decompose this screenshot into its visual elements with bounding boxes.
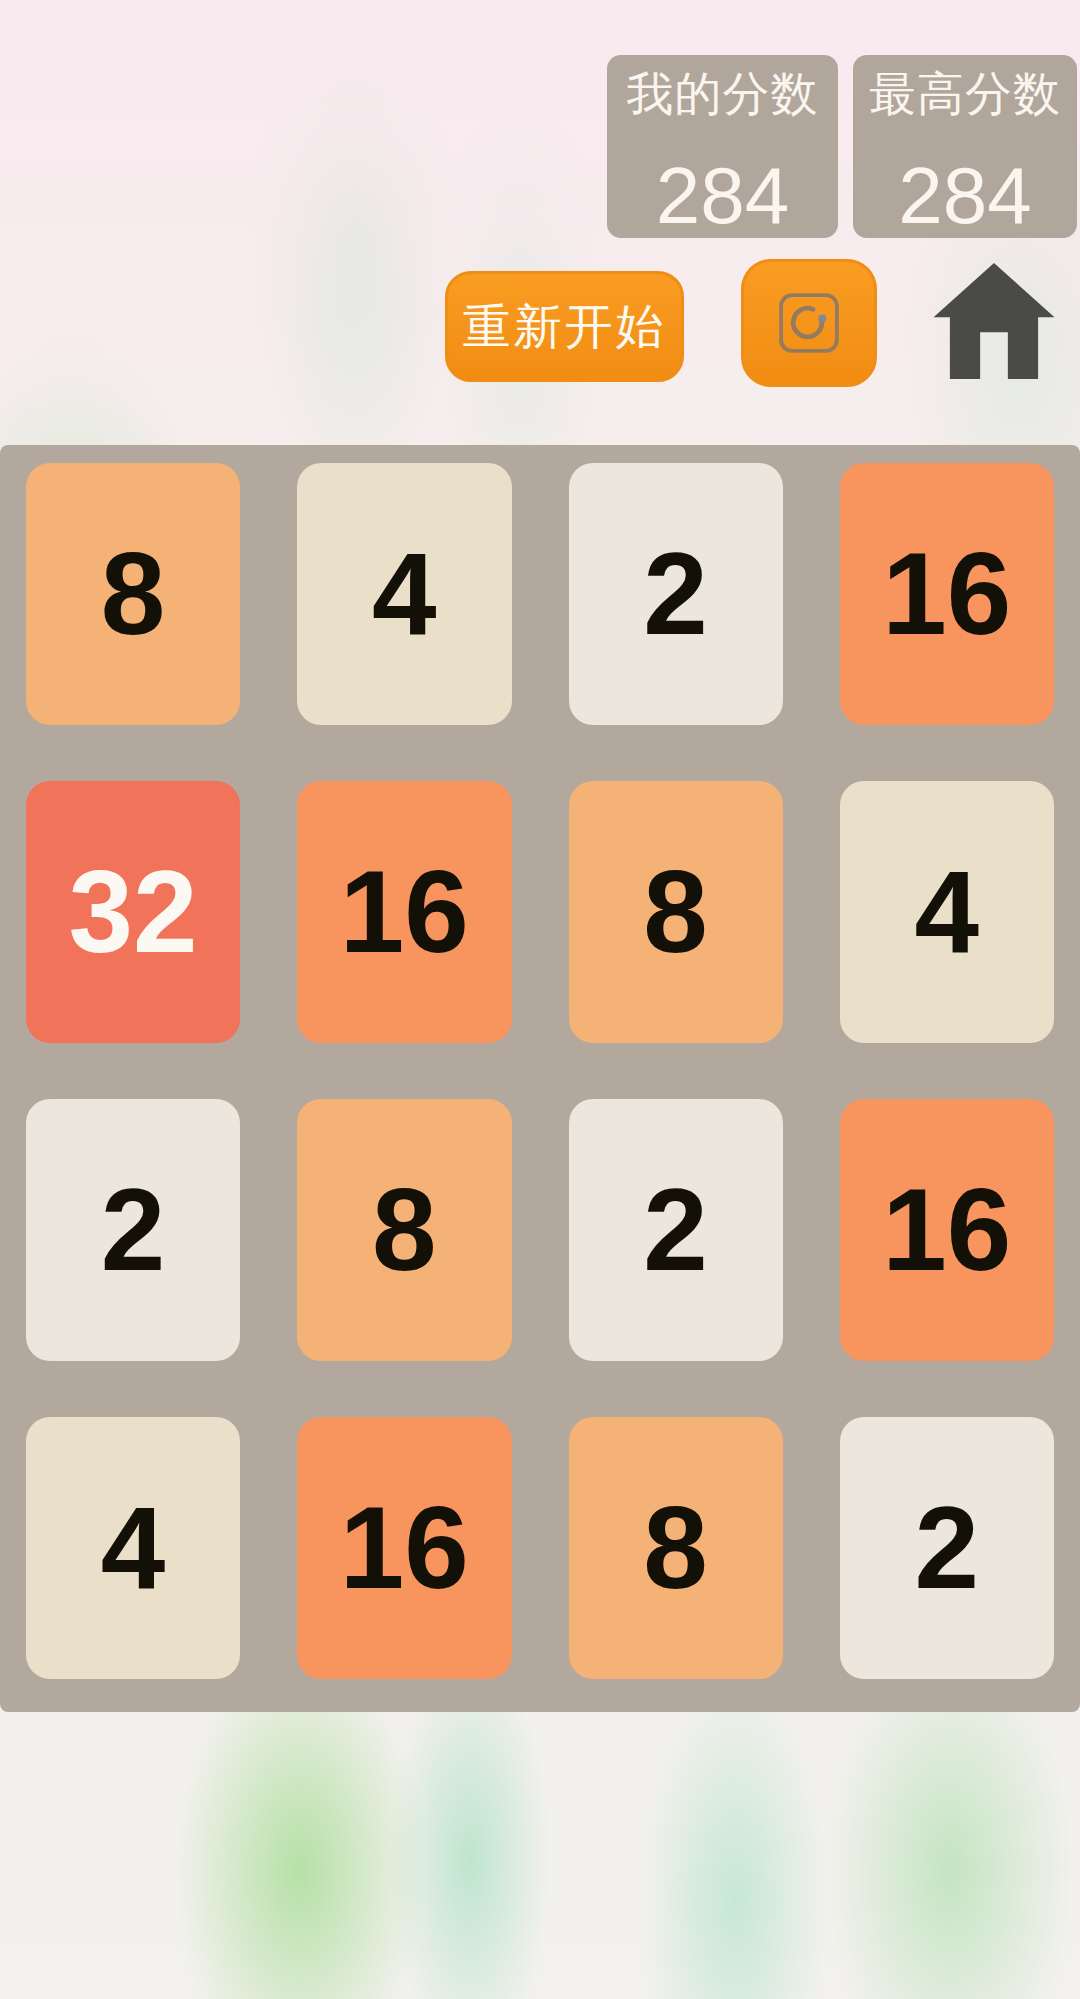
my-score-label: 我的分数 <box>627 67 819 121</box>
tile-r3-c3: 2 <box>840 1417 1054 1679</box>
tile-r0-c0: 8 <box>26 463 240 725</box>
restart-button[interactable]: 重新开始 <box>445 271 684 382</box>
my-score-value: 284 <box>656 156 789 236</box>
tile-r0-c1: 4 <box>297 463 511 725</box>
tile-r3-c1: 16 <box>297 1417 511 1679</box>
tile-r2-c3: 16 <box>840 1099 1054 1361</box>
restart-button-label: 重新开始 <box>463 295 667 359</box>
tile-r3-c2: 8 <box>569 1417 783 1679</box>
tile-r1-c2: 8 <box>569 781 783 1043</box>
tile-r2-c1: 8 <box>297 1099 511 1361</box>
tile-grid: 8 4 2 16 32 16 8 4 2 8 2 16 4 16 8 2 <box>0 445 1080 1712</box>
tile-r1-c1: 16 <box>297 781 511 1043</box>
best-score-box: 最高分数 284 <box>853 55 1077 238</box>
tile-r1-c3: 4 <box>840 781 1054 1043</box>
tile-r2-c2: 2 <box>569 1099 783 1361</box>
tile-r3-c0: 4 <box>26 1417 240 1679</box>
refresh-button[interactable] <box>741 259 877 387</box>
tile-r0-c3: 16 <box>840 463 1054 725</box>
app-root: 我的分数 284 最高分数 284 重新开始 8 4 2 16 <box>0 0 1080 1999</box>
my-score-box: 我的分数 284 <box>607 55 838 238</box>
home-button[interactable] <box>930 257 1058 384</box>
best-score-value: 284 <box>898 156 1031 236</box>
game-board[interactable]: 8 4 2 16 32 16 8 4 2 8 2 16 4 16 8 2 <box>0 445 1080 1712</box>
tile-r0-c2: 2 <box>569 463 783 725</box>
tile-r2-c0: 2 <box>26 1099 240 1361</box>
refresh-icon <box>775 289 843 357</box>
tile-r1-c0: 32 <box>26 781 240 1043</box>
home-icon <box>930 258 1058 384</box>
best-score-label: 最高分数 <box>869 67 1061 121</box>
